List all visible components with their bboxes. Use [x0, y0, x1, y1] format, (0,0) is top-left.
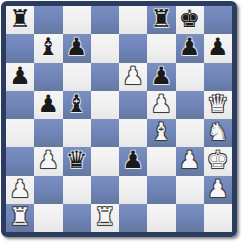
square-e8[interactable] [119, 6, 147, 34]
square-g2[interactable] [176, 176, 204, 204]
black-pawn-c7: ♟ [66, 35, 88, 59]
square-g7[interactable]: ♟ [176, 34, 204, 62]
square-g4[interactable] [176, 119, 204, 147]
square-e6[interactable]: ♟ [119, 63, 147, 91]
square-e3[interactable]: ♟ [119, 147, 147, 175]
square-b5[interactable]: ♟ [34, 91, 62, 119]
square-a1[interactable]: ♜ [6, 204, 34, 232]
square-a8[interactable]: ♜ [6, 6, 34, 34]
black-bishop-c5: ♝ [66, 92, 88, 116]
white-pawn-b3: ♟ [38, 148, 60, 172]
black-pawn-b5: ♟ [38, 92, 60, 116]
square-g1[interactable] [176, 204, 204, 232]
square-b2[interactable] [34, 176, 62, 204]
square-c4[interactable] [63, 119, 91, 147]
square-b6[interactable] [34, 63, 62, 91]
square-d1[interactable]: ♜ [91, 204, 119, 232]
square-e5[interactable] [119, 91, 147, 119]
white-pawn-e6: ♟ [122, 64, 144, 88]
white-rook-d1: ♜ [94, 205, 116, 229]
white-pawn-f5: ♟ [151, 92, 173, 116]
white-rook-a1: ♜ [9, 205, 31, 229]
square-c2[interactable] [63, 176, 91, 204]
page: ♜♜♚♝♟♟♟♟♟♟♟♝♟♛♝♞♟♛♟♟♚♟♟♜♜ [0, 0, 244, 244]
square-f1[interactable] [147, 204, 175, 232]
chess-board: ♜♜♚♝♟♟♟♟♟♟♟♝♟♛♝♞♟♛♟♟♚♟♟♜♜ [6, 6, 232, 232]
white-pawn-h2: ♟ [207, 177, 229, 201]
square-b3[interactable]: ♟ [34, 147, 62, 175]
square-g6[interactable] [176, 63, 204, 91]
square-d6[interactable] [91, 63, 119, 91]
black-pawn-e3: ♟ [122, 148, 144, 172]
square-c7[interactable]: ♟ [63, 34, 91, 62]
square-a2[interactable]: ♟ [6, 176, 34, 204]
square-h2[interactable]: ♟ [204, 176, 232, 204]
square-d7[interactable] [91, 34, 119, 62]
square-f7[interactable] [147, 34, 175, 62]
square-a4[interactable] [6, 119, 34, 147]
square-e4[interactable] [119, 119, 147, 147]
square-h1[interactable] [204, 204, 232, 232]
square-c3[interactable]: ♛ [63, 147, 91, 175]
square-a3[interactable] [6, 147, 34, 175]
chess-board-frame: ♜♜♚♝♟♟♟♟♟♟♟♝♟♛♝♞♟♛♟♟♚♟♟♜♜ [1, 1, 237, 237]
square-d8[interactable] [91, 6, 119, 34]
square-f2[interactable] [147, 176, 175, 204]
square-f3[interactable] [147, 147, 175, 175]
black-rook-f8: ♜ [151, 7, 173, 31]
square-b7[interactable]: ♝ [34, 34, 62, 62]
square-d2[interactable] [91, 176, 119, 204]
square-a5[interactable] [6, 91, 34, 119]
square-f4[interactable]: ♝ [147, 119, 175, 147]
black-pawn-g7: ♟ [179, 35, 201, 59]
square-g3[interactable]: ♟ [176, 147, 204, 175]
black-pawn-h7: ♟ [207, 35, 229, 59]
square-h4[interactable]: ♞ [204, 119, 232, 147]
white-king-h3: ♚ [207, 148, 229, 172]
black-rook-a8: ♜ [9, 7, 31, 31]
square-e7[interactable] [119, 34, 147, 62]
square-b8[interactable] [34, 6, 62, 34]
square-f5[interactable]: ♟ [147, 91, 175, 119]
white-knight-h4: ♞ [207, 120, 229, 144]
square-f6[interactable]: ♟ [147, 63, 175, 91]
square-g8[interactable]: ♚ [176, 6, 204, 34]
square-f8[interactable]: ♜ [147, 6, 175, 34]
square-a7[interactable] [6, 34, 34, 62]
square-b1[interactable] [34, 204, 62, 232]
square-e2[interactable] [119, 176, 147, 204]
square-g5[interactable] [176, 91, 204, 119]
square-c6[interactable] [63, 63, 91, 91]
square-h6[interactable] [204, 63, 232, 91]
white-queen-h5: ♛ [207, 92, 229, 116]
square-d3[interactable] [91, 147, 119, 175]
square-h3[interactable]: ♚ [204, 147, 232, 175]
square-e1[interactable] [119, 204, 147, 232]
square-c5[interactable]: ♝ [63, 91, 91, 119]
square-b4[interactable] [34, 119, 62, 147]
square-c8[interactable] [63, 6, 91, 34]
black-king-g8: ♚ [179, 7, 201, 31]
black-queen-c3: ♛ [66, 148, 88, 172]
square-h8[interactable] [204, 6, 232, 34]
square-a6[interactable]: ♟ [6, 63, 34, 91]
white-pawn-g3: ♟ [179, 148, 201, 172]
white-bishop-f4: ♝ [151, 120, 173, 144]
square-d5[interactable] [91, 91, 119, 119]
black-pawn-f6: ♟ [151, 64, 173, 88]
black-pawn-a6: ♟ [9, 64, 31, 88]
square-d4[interactable] [91, 119, 119, 147]
black-bishop-b7: ♝ [38, 35, 60, 59]
square-h7[interactable]: ♟ [204, 34, 232, 62]
white-pawn-a2: ♟ [9, 177, 31, 201]
square-c1[interactable] [63, 204, 91, 232]
square-h5[interactable]: ♛ [204, 91, 232, 119]
